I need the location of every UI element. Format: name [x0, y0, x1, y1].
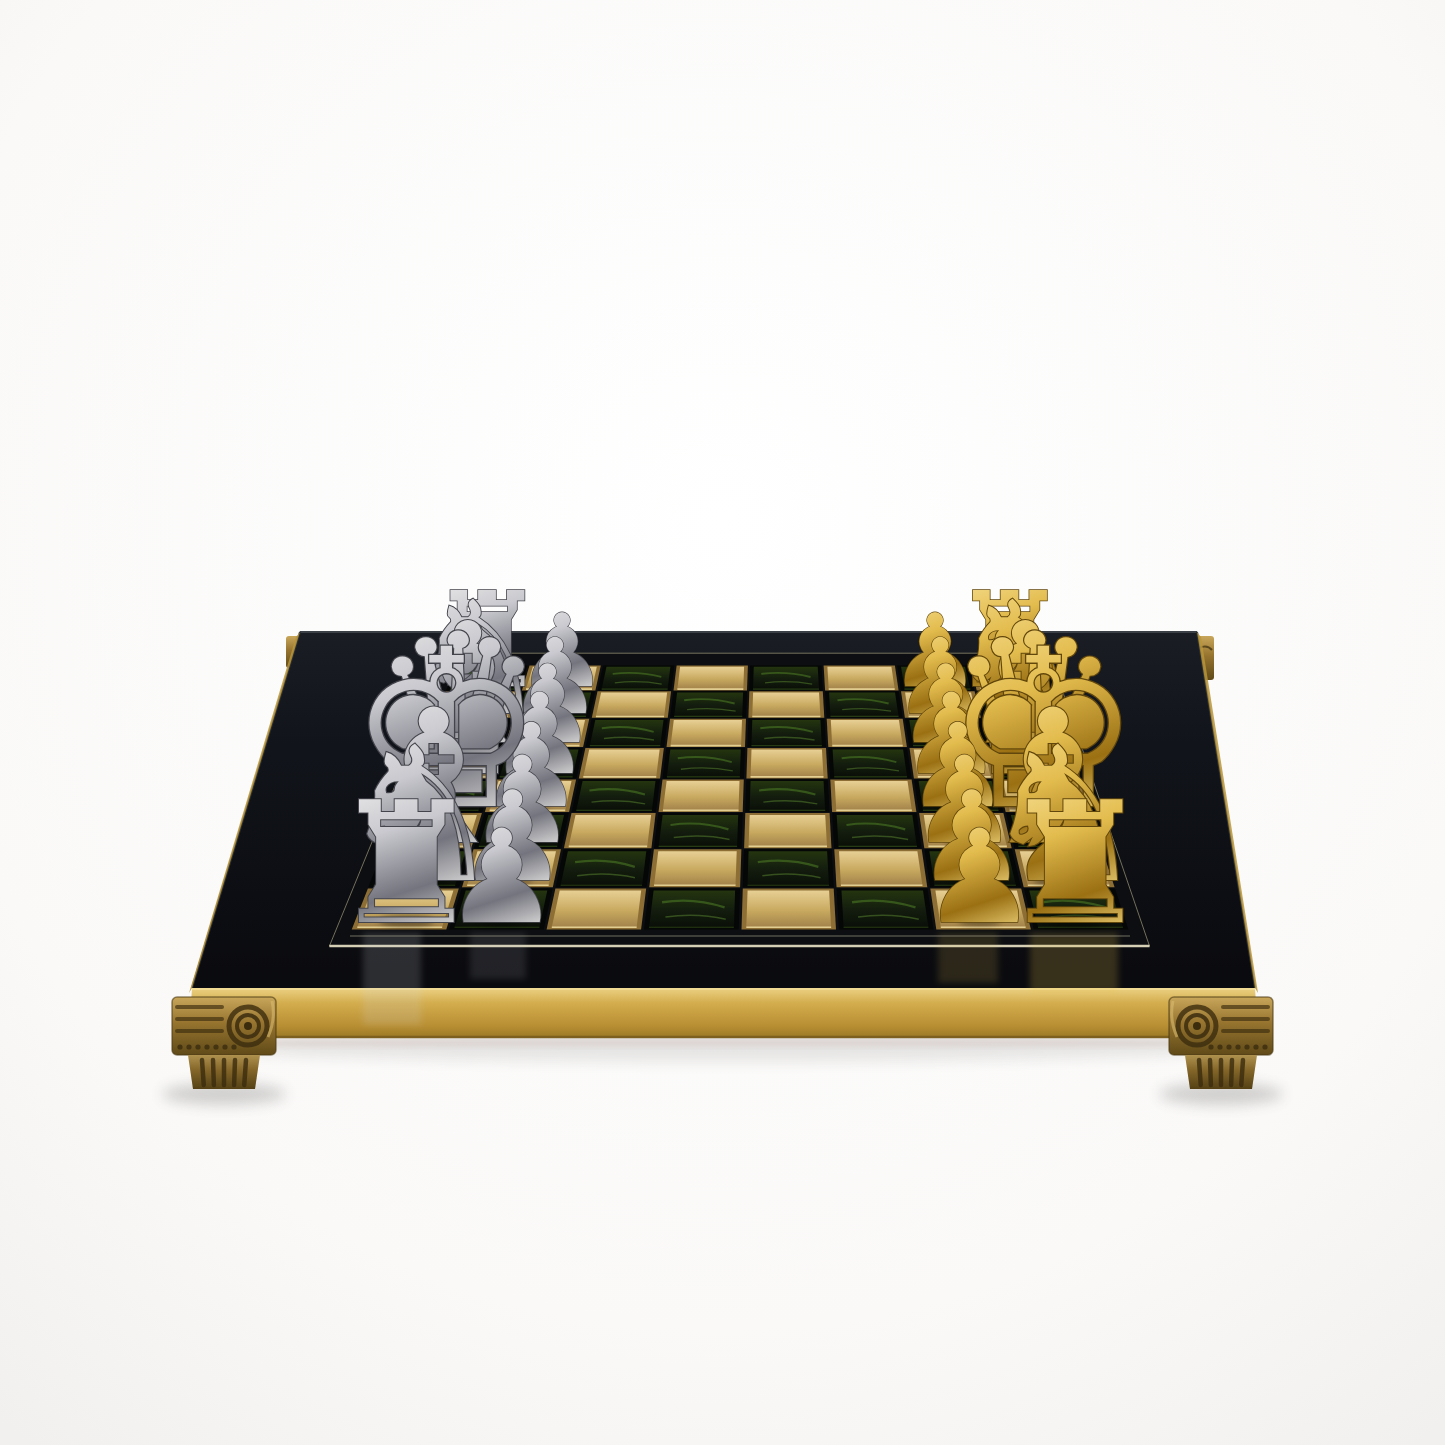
board-square-b5 [748, 691, 824, 718]
flute-groove [202, 1060, 204, 1085]
square-face [671, 720, 742, 746]
bead [1235, 1044, 1240, 1049]
square-face [827, 667, 894, 689]
volute-eye [1193, 1022, 1201, 1030]
board-square-f4 [654, 813, 743, 848]
bead [213, 1044, 218, 1049]
flute-groove [1210, 1060, 1211, 1085]
square-face [649, 891, 735, 928]
bead [1226, 1044, 1231, 1049]
bead [1244, 1044, 1249, 1049]
board-square-c4 [667, 719, 747, 747]
bead [195, 1044, 200, 1049]
flute-groove [234, 1060, 235, 1085]
square-face [753, 667, 819, 689]
square-face [674, 693, 743, 717]
brass-frame-band [189, 988, 1258, 1046]
bead [186, 1044, 191, 1049]
square-face [750, 781, 826, 810]
bead [1262, 1044, 1267, 1049]
product-photo-scene: ♜♟♟♜♞♟♟♞♝♟♟♝♛♟♟♛♚♟♟♚♝♟♟♝♞♟♟♞♜♟♟♜ [0, 0, 1445, 1445]
flute-groove [1241, 1060, 1243, 1085]
bead [231, 1044, 236, 1049]
board-square-h5 [742, 888, 837, 929]
square-face [654, 851, 737, 885]
square-face [833, 750, 908, 777]
board-square-e5 [745, 779, 829, 812]
board-square-g5 [743, 849, 834, 887]
volute-eye [244, 1022, 252, 1030]
square-face [659, 815, 739, 847]
piece-white-rook-h1: ♜ [331, 766, 482, 962]
square-face [748, 851, 830, 885]
board-square-d5 [746, 748, 827, 778]
bead [1253, 1044, 1258, 1049]
flute-groove [1199, 1060, 1201, 1085]
board-square-h4 [644, 888, 740, 929]
board-square-a5 [749, 665, 823, 690]
square-face [831, 720, 903, 746]
square-face [667, 750, 741, 777]
piece-glyph: ♜ [331, 766, 482, 962]
board-square-a3 [598, 665, 675, 690]
square-face [835, 781, 912, 810]
square-face [837, 815, 917, 847]
square-face [602, 667, 671, 689]
square-face [752, 693, 820, 717]
square-face [829, 693, 899, 717]
chess-set-photo: ♜♟♟♜♞♟♟♞♝♟♟♝♛♟♟♛♚♟♟♚♝♟♟♝♞♟♟♞♜♟♟♜ [0, 0, 1445, 1445]
flute-groove [213, 1060, 214, 1085]
board-square-g4 [649, 849, 741, 887]
board-square-b4 [670, 691, 747, 718]
band-under-shadow [230, 1039, 1220, 1046]
bead [177, 1044, 182, 1049]
board-square-e4 [659, 779, 744, 812]
board-square-c5 [747, 719, 826, 747]
flute-groove [244, 1060, 246, 1085]
piece-black-pawn-h7: ♟ [922, 802, 1038, 953]
bead [1217, 1044, 1222, 1049]
square-face [751, 720, 822, 746]
bead [222, 1044, 227, 1049]
bead [204, 1044, 209, 1049]
bead [1208, 1044, 1213, 1049]
board-square-a4 [674, 665, 748, 690]
board-square-d4 [663, 748, 745, 778]
square-face [677, 667, 744, 689]
flute-groove [1231, 1060, 1232, 1085]
square-face [749, 815, 827, 847]
band-front-face [189, 988, 1258, 1038]
board-square-f5 [744, 813, 831, 848]
piece-glyph: ♟ [922, 802, 1038, 953]
square-face [746, 891, 831, 928]
square-face [751, 750, 824, 777]
square-face [663, 781, 740, 810]
board-square-a6 [824, 665, 899, 690]
